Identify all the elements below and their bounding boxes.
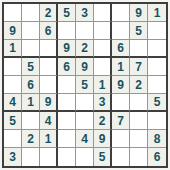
sudoku-cell-empty-r1c2[interactable] [22,4,40,22]
sudoku-cell-empty-r7c5[interactable] [76,112,94,130]
sudoku-cell-empty-r2c5[interactable] [76,22,94,40]
sudoku-cell-given-r8c6: 9 [94,130,112,148]
sudoku-cell-empty-r9c2[interactable] [22,148,40,166]
sudoku-cell-given-r7c3: 4 [40,112,58,130]
sudoku-cell-given-r6c1: 4 [4,94,22,112]
sudoku-cell-empty-r5c1[interactable] [4,76,22,94]
sudoku-cell-given-r5c6: 1 [94,76,112,94]
sudoku-cell-empty-r4c3[interactable] [40,58,58,76]
sudoku-cell-empty-r3c9[interactable] [148,40,166,58]
sudoku-cell-empty-r8c4[interactable] [58,130,76,148]
sudoku-cell-empty-r9c7[interactable] [112,148,130,166]
sudoku-cell-given-r4c7: 1 [112,58,130,76]
sudoku-cell-given-r5c5: 5 [76,76,94,94]
sudoku-cell-empty-r2c7[interactable] [112,22,130,40]
sudoku-cell-given-r3c7: 6 [112,40,130,58]
sudoku-cell-empty-r3c3[interactable] [40,40,58,58]
sudoku-cell-given-r6c3: 9 [40,94,58,112]
sudoku-cell-empty-r5c9[interactable] [148,76,166,94]
sudoku-cell-empty-r4c6[interactable] [94,58,112,76]
sudoku-cell-empty-r6c5[interactable] [76,94,94,112]
sudoku-cell-given-r2c3: 6 [40,22,58,40]
sudoku-cell-given-r1c4: 5 [58,4,76,22]
sudoku-cell-given-r7c1: 5 [4,112,22,130]
sudoku-cell-given-r6c2: 1 [22,94,40,112]
sudoku-cell-empty-r7c8[interactable] [130,112,148,130]
sudoku-cell-given-r3c5: 2 [76,40,94,58]
sudoku-cell-empty-r4c1[interactable] [4,58,22,76]
sudoku-cell-empty-r8c7[interactable] [112,130,130,148]
sudoku-cell-given-r3c1: 1 [4,40,22,58]
sudoku-cell-given-r1c3: 2 [40,4,58,22]
sudoku-cell-empty-r7c4[interactable] [58,112,76,130]
sudoku-cell-empty-r8c8[interactable] [130,130,148,148]
sudoku-cell-empty-r7c2[interactable] [22,112,40,130]
sudoku-cell-given-r6c9: 5 [148,94,166,112]
sudoku-cell-empty-r9c8[interactable] [130,148,148,166]
sudoku-cell-empty-r5c4[interactable] [58,76,76,94]
sudoku-cell-given-r5c2: 6 [22,76,40,94]
sudoku-page: 253919651926569176519241935542721498356 [0,0,170,170]
sudoku-cell-empty-r2c2[interactable] [22,22,40,40]
sudoku-cell-given-r4c2: 5 [22,58,40,76]
sudoku-cell-given-r8c9: 8 [148,130,166,148]
sudoku-cell-given-r7c7: 7 [112,112,130,130]
sudoku-cell-given-r1c5: 3 [76,4,94,22]
sudoku-cell-empty-r3c2[interactable] [22,40,40,58]
sudoku-cell-given-r8c3: 1 [40,130,58,148]
sudoku-board: 253919651926569176519241935542721498356 [2,2,168,168]
sudoku-cell-given-r1c8: 9 [130,4,148,22]
sudoku-cell-given-r9c1: 3 [4,148,22,166]
sudoku-cell-given-r6c6: 3 [94,94,112,112]
sudoku-cell-given-r4c4: 6 [58,58,76,76]
sudoku-cell-empty-r8c1[interactable] [4,130,22,148]
sudoku-cell-empty-r5c3[interactable] [40,76,58,94]
sudoku-cell-empty-r1c6[interactable] [94,4,112,22]
sudoku-cell-given-r4c5: 9 [76,58,94,76]
sudoku-cell-given-r9c9: 6 [148,148,166,166]
sudoku-cell-empty-r1c1[interactable] [4,4,22,22]
sudoku-cell-empty-r9c4[interactable] [58,148,76,166]
sudoku-cell-empty-r9c3[interactable] [40,148,58,166]
sudoku-cell-empty-r2c4[interactable] [58,22,76,40]
sudoku-cell-empty-r2c6[interactable] [94,22,112,40]
sudoku-cell-given-r2c8: 5 [130,22,148,40]
sudoku-cell-empty-r3c8[interactable] [130,40,148,58]
sudoku-cell-empty-r6c8[interactable] [130,94,148,112]
sudoku-cell-empty-r4c9[interactable] [148,58,166,76]
sudoku-cell-given-r5c7: 9 [112,76,130,94]
sudoku-cell-given-r3c4: 9 [58,40,76,58]
sudoku-cell-given-r8c2: 2 [22,130,40,148]
sudoku-cell-given-r8c5: 4 [76,130,94,148]
sudoku-cell-given-r7c6: 2 [94,112,112,130]
sudoku-cell-empty-r9c5[interactable] [76,148,94,166]
sudoku-cell-empty-r1c7[interactable] [112,4,130,22]
sudoku-cell-empty-r7c9[interactable] [148,112,166,130]
sudoku-cell-given-r4c8: 7 [130,58,148,76]
sudoku-cell-given-r9c6: 5 [94,148,112,166]
sudoku-cell-given-r2c1: 9 [4,22,22,40]
sudoku-cell-empty-r3c6[interactable] [94,40,112,58]
sudoku-cell-empty-r2c9[interactable] [148,22,166,40]
sudoku-cell-empty-r6c4[interactable] [58,94,76,112]
sudoku-cell-given-r5c8: 2 [130,76,148,94]
sudoku-cell-given-r1c9: 1 [148,4,166,22]
sudoku-cell-empty-r6c7[interactable] [112,94,130,112]
